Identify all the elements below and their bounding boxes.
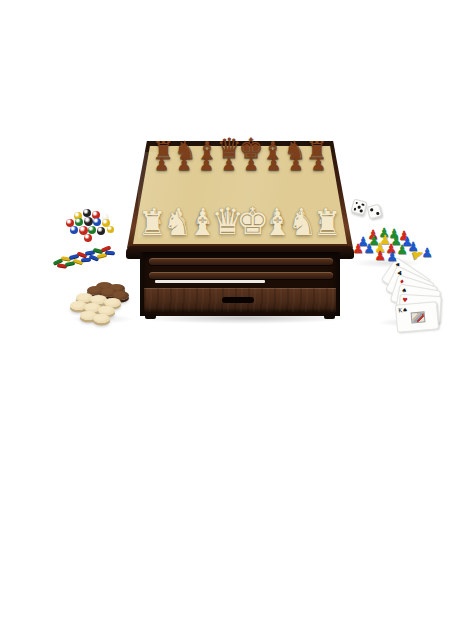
product-photo: ♜♞♝♛♚♝♞♜♟♟♟♟♟♟♟♟♟♟♟♟♟♟♟♟♜♞♝♛♚♝♞♜ ♟♟♟♟♟♟♟… (0, 0, 471, 628)
board-slot-1 (147, 256, 335, 269)
card-corner-pip: K♠ (398, 307, 408, 314)
marble-black (83, 209, 91, 217)
halma-pawn-blue: ♟ (363, 242, 375, 255)
card-face-art (411, 311, 426, 323)
piece-brown-pawn-b7: ♟ (176, 156, 191, 173)
card-corner-pip: ♠ (401, 287, 407, 294)
playing-card-face-king-of-spades: K♠ (395, 301, 439, 333)
marble-blue (93, 218, 101, 226)
piece-brown-pawn-e7: ♟ (244, 156, 259, 173)
piece-brown-pawn-f7: ♟ (266, 156, 281, 173)
piece-brown-pawn-h7: ♟ (311, 156, 326, 173)
die-1-value-5 (350, 198, 367, 215)
piece-white-rook-h1: ♜ (313, 207, 343, 240)
marble-black (97, 227, 105, 235)
piece-brown-pawn-d7: ♟ (221, 156, 236, 173)
die-2-value-2 (367, 204, 383, 220)
piece-brown-pawn-a7: ♟ (154, 156, 169, 173)
marble-green (88, 226, 96, 234)
halma-pawn-green: ♟ (396, 243, 408, 256)
halma-pawn-red: ♟ (374, 249, 386, 262)
card-corner-pip: ♥ (402, 297, 408, 303)
board-slot-2 (147, 270, 335, 285)
box-body (140, 252, 340, 316)
box-foot-left (145, 314, 156, 319)
slide-board-2-light-edge (155, 280, 265, 283)
marble-yellow (107, 226, 114, 233)
halma-pawn-blue: ♟ (386, 250, 398, 263)
die-pip (355, 201, 358, 204)
slide-board-1-edge (149, 258, 333, 265)
chess-pieces-layer: ♜♞♝♛♚♝♞♜♟♟♟♟♟♟♟♟♟♟♟♟♟♟♟♟♜♞♝♛♚♝♞♜ (138, 152, 342, 238)
die-pip (370, 208, 373, 211)
marble-green (75, 218, 83, 226)
marble-black (84, 217, 93, 226)
drawer-handle-slot (222, 297, 254, 303)
halma-pawn-red: ♟ (352, 242, 364, 255)
marble-red (84, 234, 92, 242)
die-pip (376, 212, 379, 215)
die-pip (357, 205, 360, 208)
piece-brown-pawn-c7: ♟ (199, 156, 214, 173)
storage-drawer (144, 288, 336, 312)
slide-board-2-edge (149, 272, 333, 279)
marble-blue (70, 226, 78, 234)
die-pip (362, 203, 365, 206)
checker-light (93, 314, 110, 323)
die-pip (353, 208, 356, 211)
box-foot-right (324, 314, 335, 319)
die-pip (360, 210, 363, 213)
piece-brown-pawn-g7: ♟ (288, 156, 303, 173)
